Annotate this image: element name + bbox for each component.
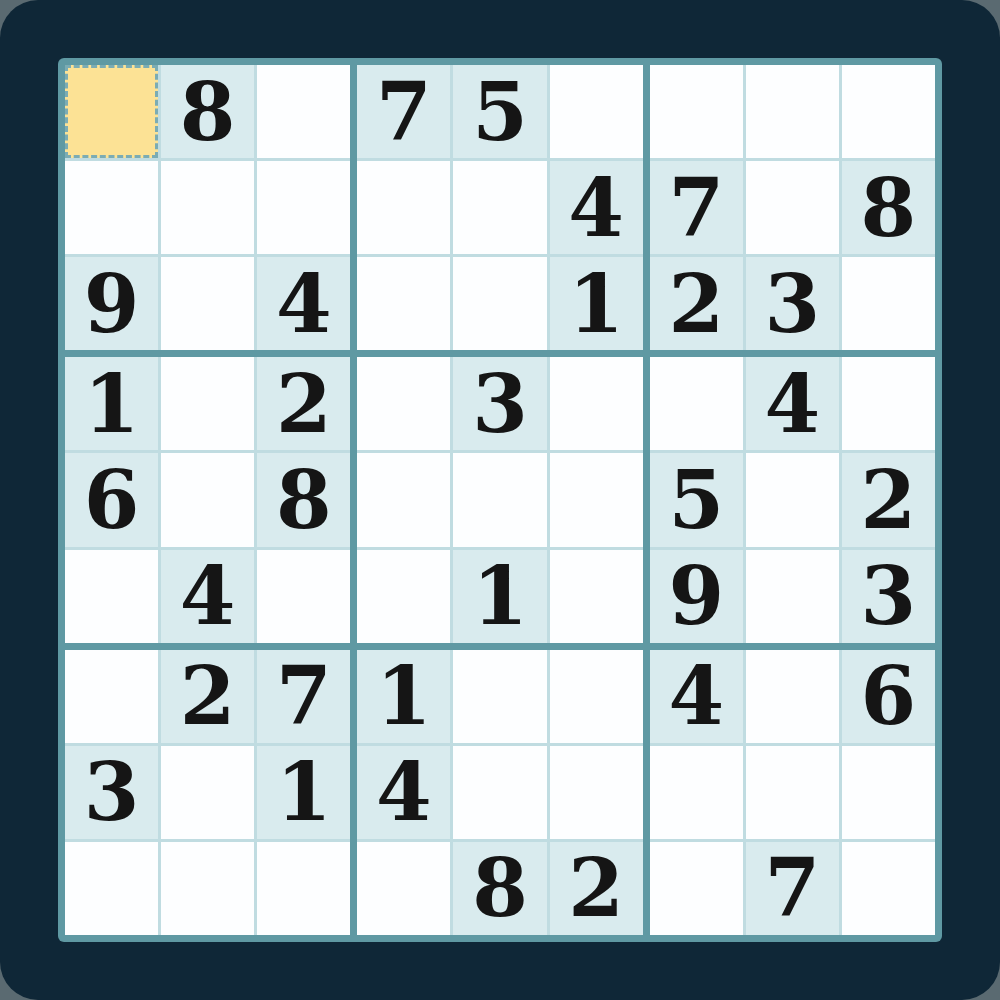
sudoku-box-1: 894: [65, 65, 350, 350]
cell-r9c3[interactable]: [257, 842, 350, 935]
cell-r5c5[interactable]: [453, 453, 546, 546]
cell-r1c2[interactable]: 8: [161, 65, 254, 158]
cell-r6c2[interactable]: 4: [161, 550, 254, 643]
cell-r4c6[interactable]: [550, 357, 643, 450]
cell-r4c1[interactable]: 1: [65, 357, 158, 450]
cell-r5c9[interactable]: 2: [842, 453, 935, 546]
cell-r5c3[interactable]: 8: [257, 453, 350, 546]
sudoku-box-3: 7823: [650, 65, 935, 350]
cell-r5c6[interactable]: [550, 453, 643, 546]
cell-r7c6[interactable]: [550, 650, 643, 743]
cell-r7c3[interactable]: 7: [257, 650, 350, 743]
cell-r5c8[interactable]: [746, 453, 839, 546]
cell-r6c4[interactable]: [357, 550, 450, 643]
cell-r1c9[interactable]: [842, 65, 935, 158]
sudoku-box-8: 1482: [357, 650, 642, 935]
cell-r4c9[interactable]: [842, 357, 935, 450]
cell-r8c5[interactable]: [453, 746, 546, 839]
sudoku-box-7: 2731: [65, 650, 350, 935]
cell-r1c4[interactable]: 7: [357, 65, 450, 158]
cell-r9c1[interactable]: [65, 842, 158, 935]
cell-r8c1[interactable]: 3: [65, 746, 158, 839]
app-background: 8947541782312684314529327311482467: [0, 0, 1000, 1000]
cell-r8c6[interactable]: [550, 746, 643, 839]
sudoku-box-5: 31: [357, 357, 642, 642]
cell-r3c8[interactable]: 3: [746, 257, 839, 350]
cell-r4c5[interactable]: 3: [453, 357, 546, 450]
cell-r9c5[interactable]: 8: [453, 842, 546, 935]
cell-r8c7[interactable]: [650, 746, 743, 839]
cell-r2c1[interactable]: [65, 161, 158, 254]
cell-r4c3[interactable]: 2: [257, 357, 350, 450]
cell-r7c1[interactable]: [65, 650, 158, 743]
cell-r9c8[interactable]: 7: [746, 842, 839, 935]
cell-r3c7[interactable]: 2: [650, 257, 743, 350]
cell-r3c1[interactable]: 9: [65, 257, 158, 350]
cell-r6c8[interactable]: [746, 550, 839, 643]
cell-r4c4[interactable]: [357, 357, 450, 450]
cell-r2c3[interactable]: [257, 161, 350, 254]
cell-r2c7[interactable]: 7: [650, 161, 743, 254]
cell-r6c5[interactable]: 1: [453, 550, 546, 643]
cell-r1c7[interactable]: [650, 65, 743, 158]
selected-cell-r1c1[interactable]: [65, 65, 158, 158]
sudoku-box-6: 45293: [650, 357, 935, 642]
cell-r3c4[interactable]: [357, 257, 450, 350]
cell-r3c9[interactable]: [842, 257, 935, 350]
cell-r4c7[interactable]: [650, 357, 743, 450]
cell-r5c4[interactable]: [357, 453, 450, 546]
cell-r7c4[interactable]: 1: [357, 650, 450, 743]
cell-r7c7[interactable]: 4: [650, 650, 743, 743]
cell-r3c5[interactable]: [453, 257, 546, 350]
cell-r8c3[interactable]: 1: [257, 746, 350, 839]
cell-r6c3[interactable]: [257, 550, 350, 643]
cell-r6c9[interactable]: 3: [842, 550, 935, 643]
cell-r8c4[interactable]: 4: [357, 746, 450, 839]
sudoku-grid: 8947541782312684314529327311482467: [65, 65, 935, 935]
cell-r2c5[interactable]: [453, 161, 546, 254]
cell-r9c9[interactable]: [842, 842, 935, 935]
cell-r1c8[interactable]: [746, 65, 839, 158]
cell-r6c1[interactable]: [65, 550, 158, 643]
cell-r8c8[interactable]: [746, 746, 839, 839]
cell-r2c9[interactable]: 8: [842, 161, 935, 254]
cell-r1c3[interactable]: [257, 65, 350, 158]
sudoku-box-4: 12684: [65, 357, 350, 642]
cell-r2c8[interactable]: [746, 161, 839, 254]
cell-r7c2[interactable]: 2: [161, 650, 254, 743]
cell-r4c2[interactable]: [161, 357, 254, 450]
cell-r5c2[interactable]: [161, 453, 254, 546]
cell-r6c6[interactable]: [550, 550, 643, 643]
cell-r5c1[interactable]: 6: [65, 453, 158, 546]
cell-r7c8[interactable]: [746, 650, 839, 743]
cell-r9c7[interactable]: [650, 842, 743, 935]
cell-r2c4[interactable]: [357, 161, 450, 254]
cell-r2c2[interactable]: [161, 161, 254, 254]
cell-r5c7[interactable]: 5: [650, 453, 743, 546]
cell-r7c9[interactable]: 6: [842, 650, 935, 743]
cell-r1c6[interactable]: [550, 65, 643, 158]
cell-r8c9[interactable]: [842, 746, 935, 839]
cell-r3c2[interactable]: [161, 257, 254, 350]
cell-r9c2[interactable]: [161, 842, 254, 935]
cell-r7c5[interactable]: [453, 650, 546, 743]
cell-r1c5[interactable]: 5: [453, 65, 546, 158]
cell-r3c3[interactable]: 4: [257, 257, 350, 350]
sudoku-box-9: 467: [650, 650, 935, 935]
cell-r4c8[interactable]: 4: [746, 357, 839, 450]
cell-r9c4[interactable]: [357, 842, 450, 935]
cell-r8c2[interactable]: [161, 746, 254, 839]
sudoku-box-2: 7541: [357, 65, 642, 350]
cell-r6c7[interactable]: 9: [650, 550, 743, 643]
sudoku-board: 8947541782312684314529327311482467: [58, 58, 942, 942]
cell-r9c6[interactable]: 2: [550, 842, 643, 935]
cell-r3c6[interactable]: 1: [550, 257, 643, 350]
cell-r2c6[interactable]: 4: [550, 161, 643, 254]
